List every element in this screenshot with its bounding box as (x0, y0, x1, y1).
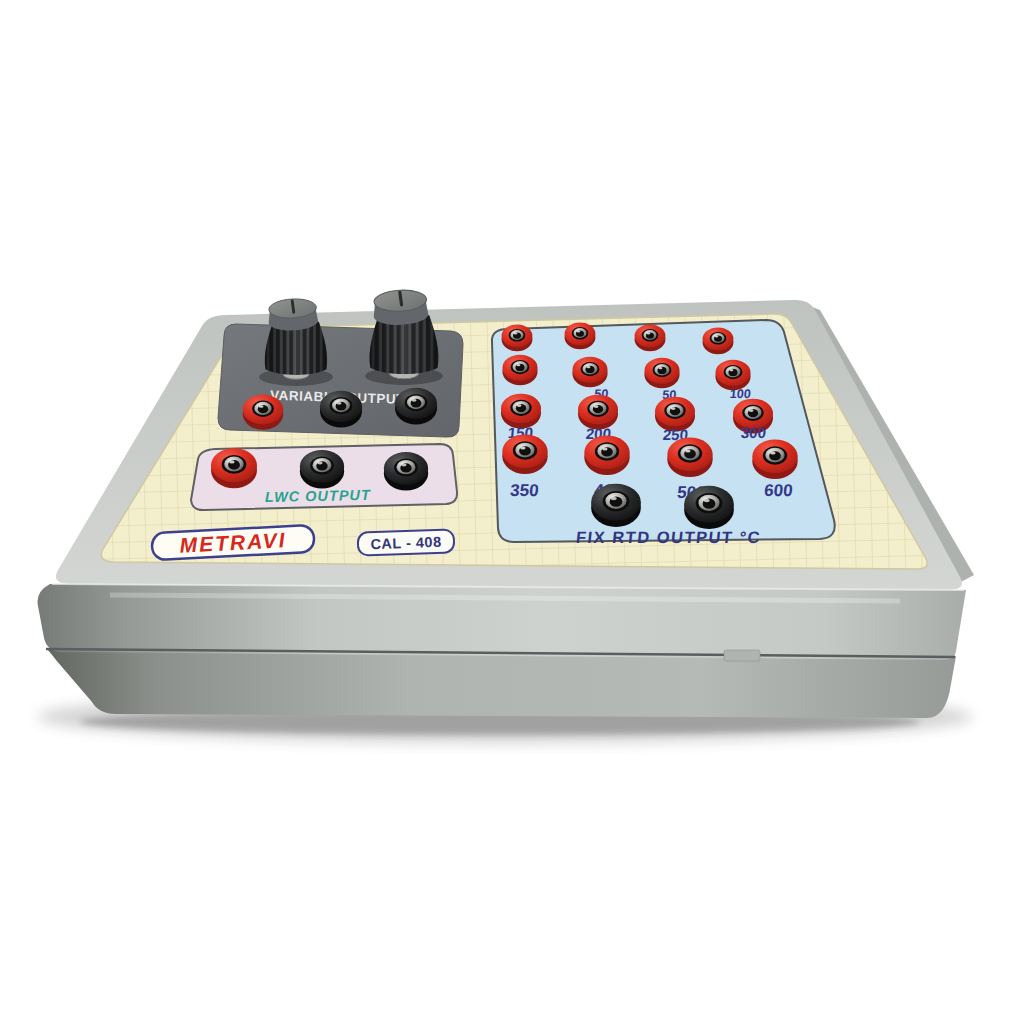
model-label: CAL - 408 (370, 534, 442, 552)
lwc-jack-red[interactable] (211, 448, 257, 488)
rtd-jack-r2c3[interactable] (644, 358, 679, 389)
rtd-jack-r1c2[interactable] (565, 322, 596, 349)
rtd-jack-r4c2[interactable] (584, 436, 629, 475)
variable-adjust-knob-1[interactable] (265, 298, 327, 379)
rtd-label-r2c4: 100 (729, 387, 751, 401)
rtd-jack-r1c3[interactable] (635, 324, 666, 351)
rtd-common-jack-1[interactable] (591, 484, 641, 527)
rtd-label-600: 600 (763, 481, 793, 500)
rtd-jack-r2c2[interactable] (572, 357, 607, 388)
variable-output-jack-black-2[interactable] (395, 388, 437, 425)
rtd-common-jack-2[interactable] (684, 486, 734, 529)
case-seam-tab (724, 650, 760, 661)
rtd-jack-r2c4[interactable] (715, 360, 750, 391)
lwc-jack-black-2[interactable] (384, 452, 428, 491)
variable-adjust-knob-2[interactable] (370, 289, 439, 379)
rtd-jack-r4c3[interactable] (667, 438, 712, 477)
rtd-jack-r4c4[interactable] (752, 440, 797, 479)
rtd-output-title: FIX RTD OUTPUT °C (575, 528, 762, 547)
rtd-jack-r1c4[interactable] (703, 327, 734, 354)
lwc-jack-black-1[interactable] (300, 450, 344, 489)
rtd-jack-r4c1[interactable] (502, 435, 547, 474)
variable-output-jack-red[interactable] (243, 395, 284, 430)
product-photo-canvas: VARIABLE OUTPUT O LWC OUTPUT 50 50 100 1… (0, 0, 1024, 1024)
lwc-output-label: LWC OUTPUT (265, 487, 371, 505)
calibrator-device: VARIABLE OUTPUT O LWC OUTPUT 50 50 100 1… (0, 0, 1024, 1024)
variable-output-jack-black-1[interactable] (320, 391, 362, 428)
rtd-jack-r2c1[interactable] (502, 355, 537, 386)
rtd-jack-r1c1[interactable] (502, 324, 533, 351)
rtd-label-350: 350 (509, 481, 539, 500)
rtd-label-300: 300 (740, 424, 766, 441)
